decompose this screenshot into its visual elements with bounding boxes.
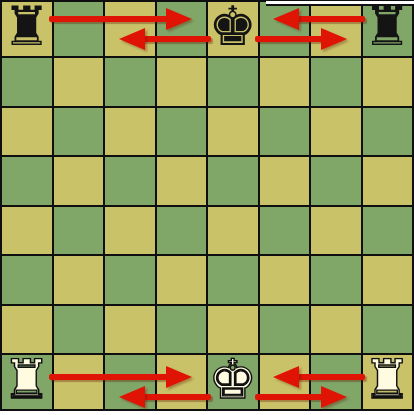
piece-black-king-e8: ♚ [209, 0, 257, 54]
square-f2 [260, 306, 310, 354]
square-a5 [2, 157, 52, 205]
square-b7 [54, 58, 104, 106]
square-e4 [208, 207, 258, 255]
square-g7 [311, 58, 361, 106]
square-g1 [311, 355, 361, 409]
square-a2 [2, 306, 52, 354]
square-f5 [260, 157, 310, 205]
square-h8: ♜ [363, 2, 413, 56]
square-g8 [311, 2, 361, 56]
square-b4 [54, 207, 104, 255]
square-a6 [2, 108, 52, 156]
square-b5 [54, 157, 104, 205]
square-f6 [260, 108, 310, 156]
square-b3 [54, 256, 104, 304]
piece-black-rook-h8: ♜ [363, 0, 411, 54]
square-d2 [157, 306, 207, 354]
square-c8 [105, 2, 155, 56]
square-b6 [54, 108, 104, 156]
square-f7 [260, 58, 310, 106]
square-c3 [105, 256, 155, 304]
square-e7 [208, 58, 258, 106]
top-edge-white-line [266, 1, 414, 6]
piece-white-rook-a1: ♜ [3, 353, 51, 407]
square-c1 [105, 355, 155, 409]
square-e6 [208, 108, 258, 156]
square-b2 [54, 306, 104, 354]
square-h2 [363, 306, 413, 354]
square-f3 [260, 256, 310, 304]
square-d1 [157, 355, 207, 409]
square-a8: ♜ [2, 2, 52, 56]
square-d5 [157, 157, 207, 205]
square-d7 [157, 58, 207, 106]
square-c4 [105, 207, 155, 255]
square-e3 [208, 256, 258, 304]
square-f1 [260, 355, 310, 409]
square-a7 [2, 58, 52, 106]
square-g6 [311, 108, 361, 156]
square-c2 [105, 306, 155, 354]
square-a4 [2, 207, 52, 255]
piece-black-rook-a8: ♜ [3, 0, 51, 54]
square-g4 [311, 207, 361, 255]
square-b1 [54, 355, 104, 409]
square-d3 [157, 256, 207, 304]
chess-board: ♜♚♜♜♚♜ [0, 0, 414, 411]
piece-white-king-e1: ♚ [209, 353, 257, 407]
square-c5 [105, 157, 155, 205]
square-e2 [208, 306, 258, 354]
square-h7 [363, 58, 413, 106]
square-e5 [208, 157, 258, 205]
square-f4 [260, 207, 310, 255]
square-d6 [157, 108, 207, 156]
square-g2 [311, 306, 361, 354]
square-h5 [363, 157, 413, 205]
square-c7 [105, 58, 155, 106]
square-a1: ♜ [2, 355, 52, 409]
square-e8: ♚ [208, 2, 258, 56]
square-d8 [157, 2, 207, 56]
square-h3 [363, 256, 413, 304]
square-h6 [363, 108, 413, 156]
square-a3 [2, 256, 52, 304]
square-f8 [260, 2, 310, 56]
square-b8 [54, 2, 104, 56]
piece-white-rook-h1: ♜ [363, 353, 411, 407]
square-g3 [311, 256, 361, 304]
square-h1: ♜ [363, 355, 413, 409]
square-e1: ♚ [208, 355, 258, 409]
castling-diagram: ♜♚♜♜♚♜ [0, 0, 414, 415]
square-h4 [363, 207, 413, 255]
square-g5 [311, 157, 361, 205]
square-c6 [105, 108, 155, 156]
square-d4 [157, 207, 207, 255]
